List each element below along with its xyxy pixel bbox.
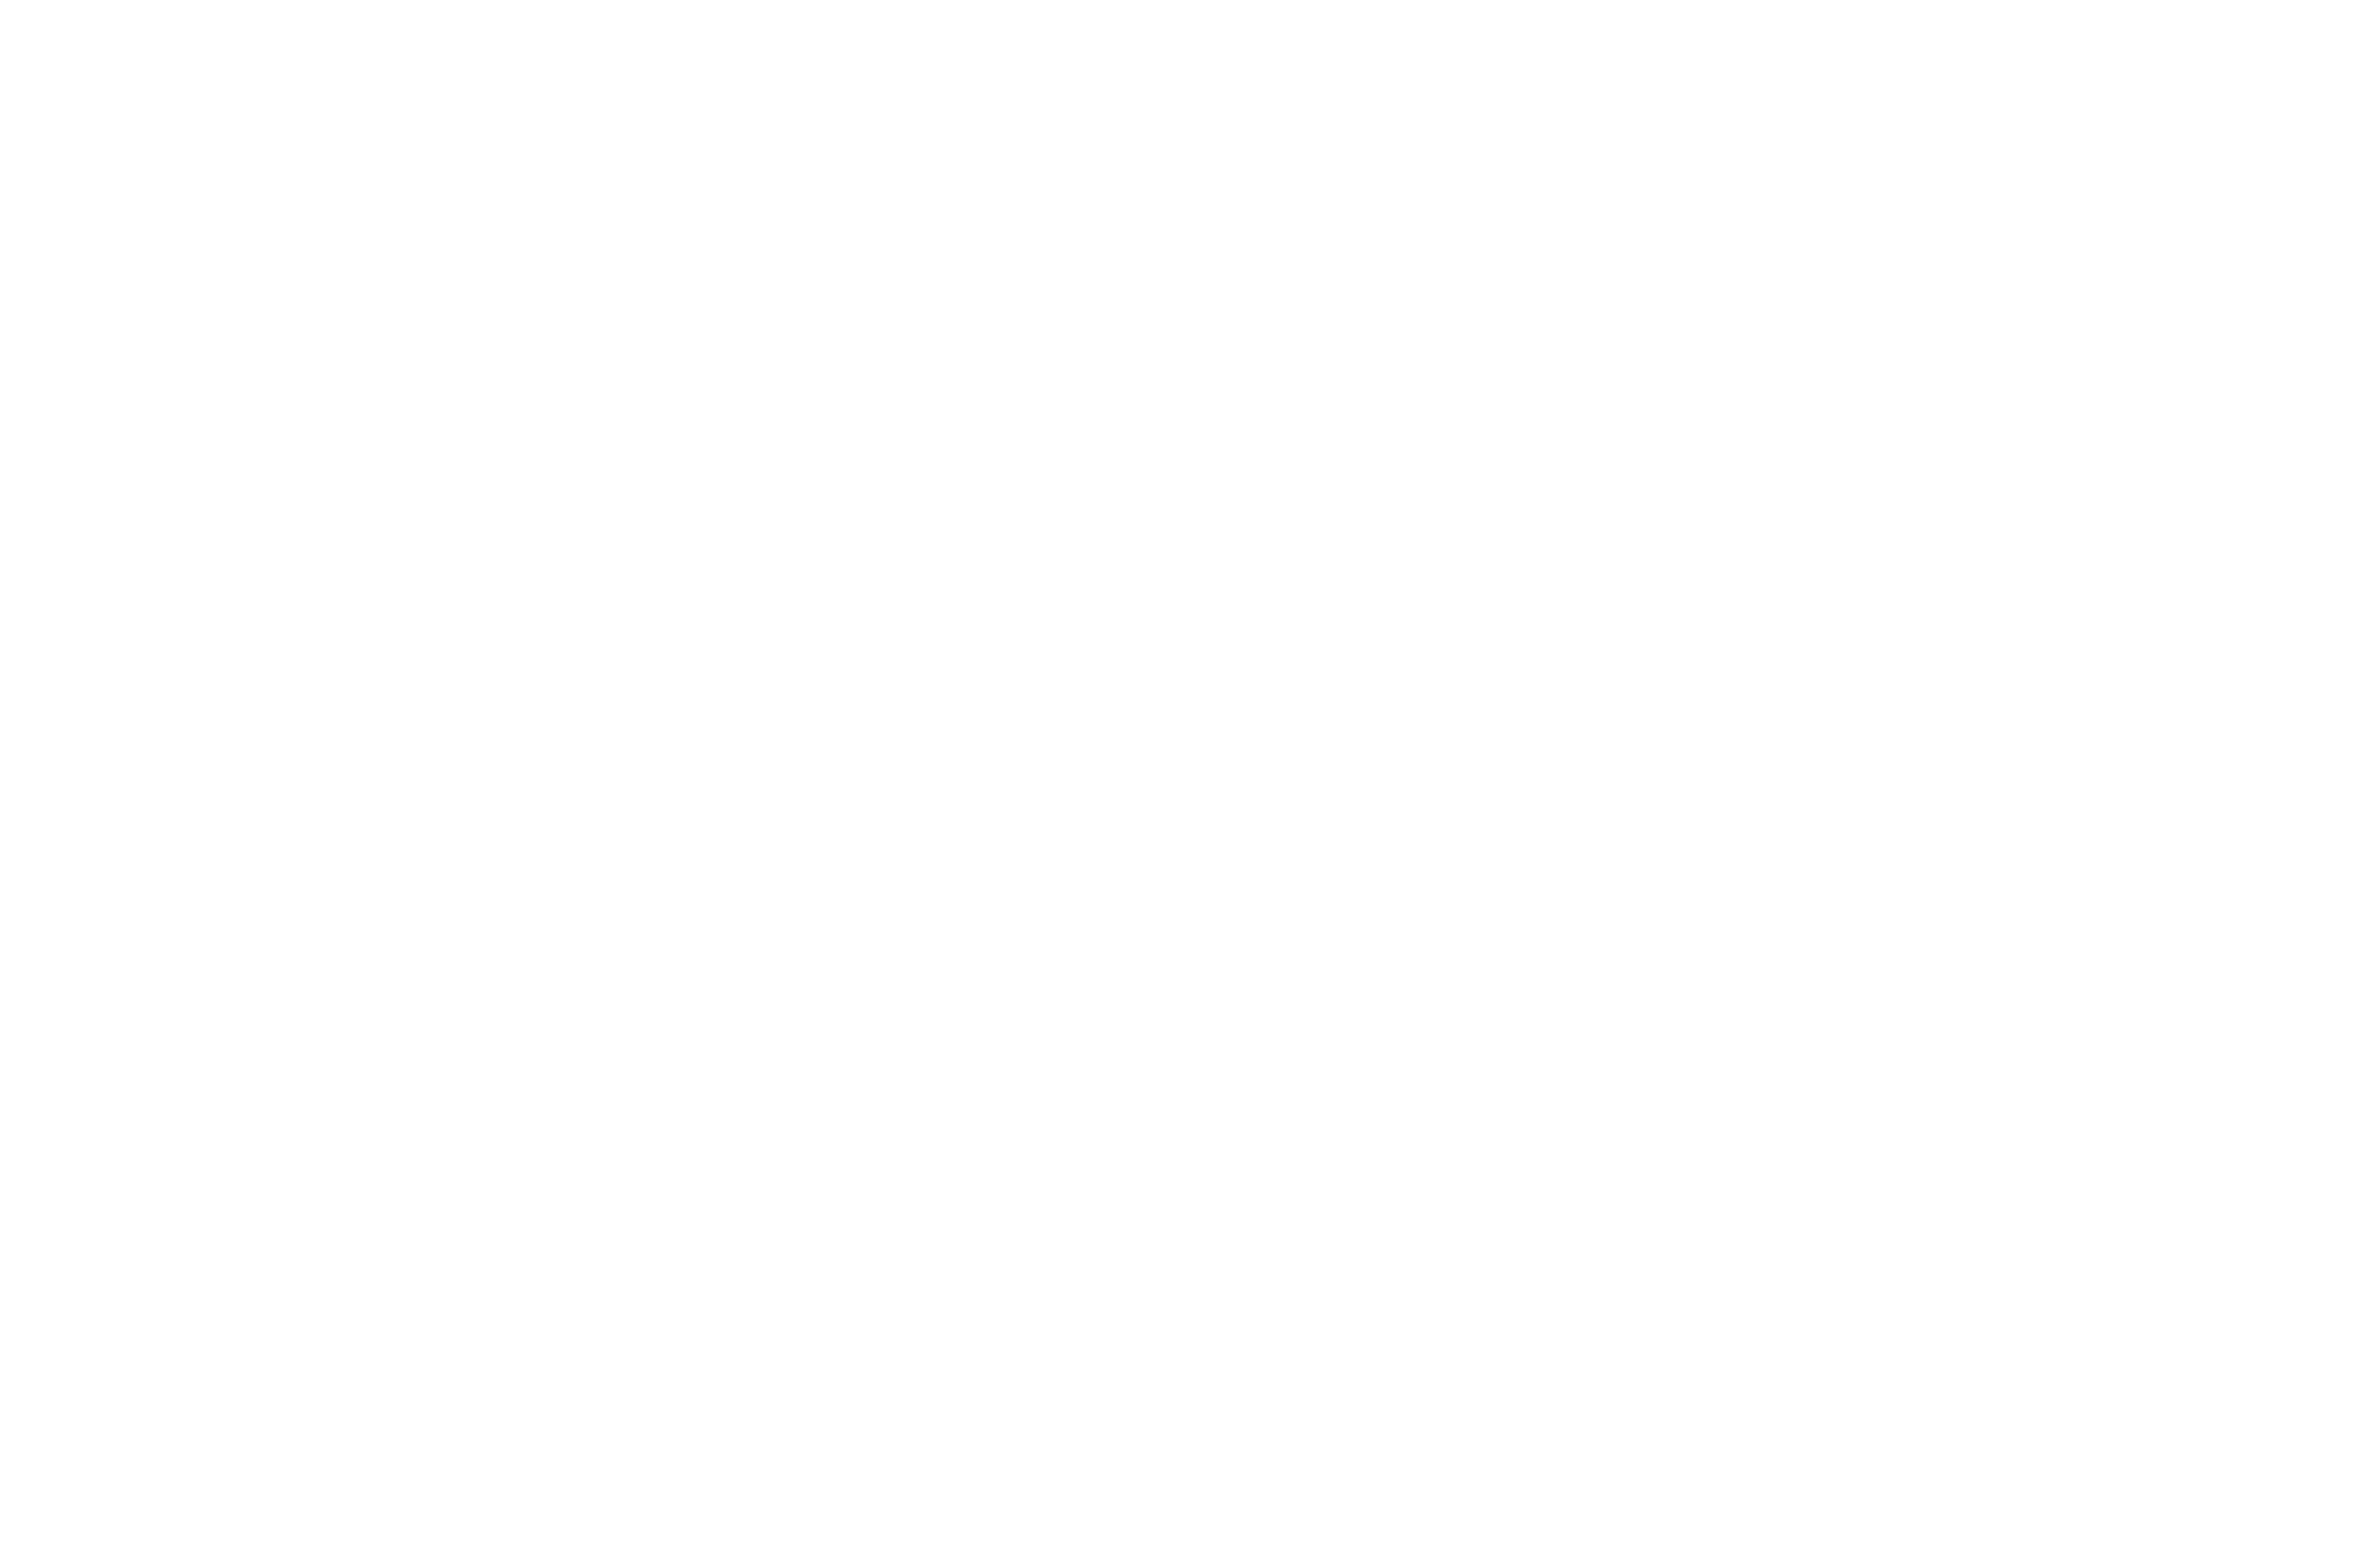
closed-folding-chess-box: [0, 0, 2357, 1568]
product-photo-chess-set: [0, 0, 2357, 1568]
